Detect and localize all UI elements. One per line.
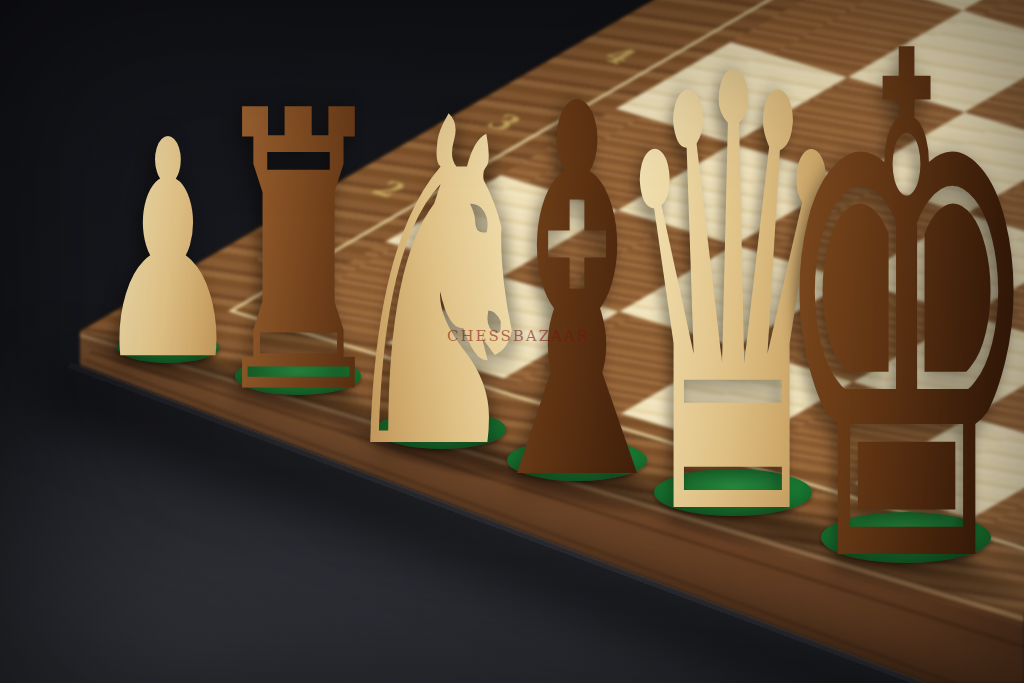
product-photo-canvas: 12345678 ♟♜♞♝♛♚ CHESSBAZAAR <box>0 0 1024 683</box>
piece-black-king[interactable]: ♚ <box>753 0 1024 661</box>
brand-watermark: CHESSBAZAAR <box>447 327 590 345</box>
